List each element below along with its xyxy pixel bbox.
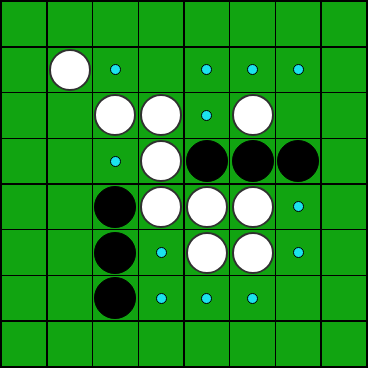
- cell-b1: [48, 2, 92, 46]
- black-disc: [94, 277, 136, 319]
- cell-f3: [230, 93, 274, 137]
- cell-g1: [276, 2, 320, 46]
- cell-f4: [230, 139, 274, 183]
- black-disc: [277, 140, 319, 182]
- legal-move-dot: [293, 64, 304, 75]
- cell-b3: [48, 93, 92, 137]
- black-disc: [186, 140, 228, 182]
- cell-h3: [322, 93, 366, 137]
- cell-e7[interactable]: [185, 276, 229, 320]
- white-disc: [186, 186, 228, 228]
- cell-h8: [322, 322, 366, 366]
- cell-f7[interactable]: [230, 276, 274, 320]
- white-disc: [232, 232, 274, 274]
- cell-h1: [322, 2, 366, 46]
- cell-b5: [48, 185, 92, 229]
- cell-c7: [93, 276, 137, 320]
- white-disc: [140, 140, 182, 182]
- cell-g8: [276, 322, 320, 366]
- cell-a4: [2, 139, 46, 183]
- cell-c8: [93, 322, 137, 366]
- cell-h6: [322, 230, 366, 274]
- cell-a8: [2, 322, 46, 366]
- cell-d2: [139, 48, 183, 92]
- cell-d1: [139, 2, 183, 46]
- white-disc: [186, 232, 228, 274]
- cell-b4: [48, 139, 92, 183]
- cell-b6: [48, 230, 92, 274]
- cell-d5: [139, 185, 183, 229]
- cell-h2: [322, 48, 366, 92]
- black-disc: [232, 140, 274, 182]
- cell-b8: [48, 322, 92, 366]
- white-disc: [140, 186, 182, 228]
- cell-g7: [276, 276, 320, 320]
- white-disc: [232, 186, 274, 228]
- cell-g3: [276, 93, 320, 137]
- legal-move-dot: [156, 247, 167, 258]
- legal-move-dot: [201, 110, 212, 121]
- legal-move-dot: [201, 293, 212, 304]
- cell-f1: [230, 2, 274, 46]
- cell-g2[interactable]: [276, 48, 320, 92]
- cell-d7[interactable]: [139, 276, 183, 320]
- legal-move-dot: [110, 64, 121, 75]
- legal-move-dot: [293, 201, 304, 212]
- cell-c3: [93, 93, 137, 137]
- cell-e3[interactable]: [185, 93, 229, 137]
- cell-d6[interactable]: [139, 230, 183, 274]
- white-disc: [94, 94, 136, 136]
- cell-a5: [2, 185, 46, 229]
- cell-h4: [322, 139, 366, 183]
- cell-c4[interactable]: [93, 139, 137, 183]
- cell-c1: [93, 2, 137, 46]
- cell-c2[interactable]: [93, 48, 137, 92]
- cell-a2: [2, 48, 46, 92]
- cell-f2[interactable]: [230, 48, 274, 92]
- cell-b2: [48, 48, 92, 92]
- cell-g4: [276, 139, 320, 183]
- cell-b7: [48, 276, 92, 320]
- cell-e2[interactable]: [185, 48, 229, 92]
- cell-a3: [2, 93, 46, 137]
- white-disc: [49, 49, 91, 91]
- cell-e5: [185, 185, 229, 229]
- legal-move-dot: [156, 293, 167, 304]
- black-disc: [94, 232, 136, 274]
- white-disc: [232, 94, 274, 136]
- legal-move-dot: [247, 293, 258, 304]
- cell-f6: [230, 230, 274, 274]
- legal-move-dot: [201, 64, 212, 75]
- legal-move-dot: [110, 156, 121, 167]
- black-disc: [94, 186, 136, 228]
- cell-a6: [2, 230, 46, 274]
- cell-f5: [230, 185, 274, 229]
- cell-h5: [322, 185, 366, 229]
- cell-e6: [185, 230, 229, 274]
- cell-d4: [139, 139, 183, 183]
- cell-c5: [93, 185, 137, 229]
- cell-d3: [139, 93, 183, 137]
- legal-move-dot: [293, 247, 304, 258]
- cell-g5[interactable]: [276, 185, 320, 229]
- cell-e4: [185, 139, 229, 183]
- cell-h7: [322, 276, 366, 320]
- cell-d8: [139, 322, 183, 366]
- legal-move-dot: [247, 64, 258, 75]
- cell-g6[interactable]: [276, 230, 320, 274]
- othello-board: [0, 0, 368, 368]
- white-disc: [140, 94, 182, 136]
- cell-a7: [2, 276, 46, 320]
- cell-e1: [185, 2, 229, 46]
- cell-a1: [2, 2, 46, 46]
- cell-e8: [185, 322, 229, 366]
- cell-c6: [93, 230, 137, 274]
- cell-f8: [230, 322, 274, 366]
